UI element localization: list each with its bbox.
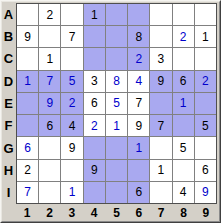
col-label-9: 9	[195, 205, 217, 220]
col-label-2: 2	[38, 205, 60, 220]
cell-D2[interactable]: 7	[39, 71, 60, 92]
sudoku-window: ABCDEFGHI 219782112317538496292657164219…	[0, 0, 221, 223]
sudoku-grid: 2197821123175384962926571642197569152916…	[16, 3, 217, 204]
row-label-D: D	[1, 70, 16, 92]
cell-I7[interactable]	[150, 182, 171, 203]
cell-F6[interactable]: 9	[128, 115, 149, 136]
cell-H7[interactable]: 1	[150, 160, 171, 181]
cell-G1[interactable]: 6	[17, 137, 38, 158]
col-label-7: 7	[150, 205, 172, 220]
cell-E8[interactable]: 1	[173, 93, 194, 114]
cell-H8[interactable]	[173, 160, 194, 181]
cell-H4[interactable]: 9	[84, 160, 105, 181]
cell-D3[interactable]: 5	[61, 71, 82, 92]
cell-E5[interactable]: 5	[106, 93, 127, 114]
row-label-E: E	[1, 92, 16, 114]
cell-E3[interactable]: 2	[61, 93, 82, 114]
cell-E1[interactable]	[17, 93, 38, 114]
cell-D6[interactable]: 4	[128, 71, 149, 92]
row-label-C: C	[1, 48, 16, 70]
cell-F2[interactable]: 6	[39, 115, 60, 136]
col-label-5: 5	[105, 205, 127, 220]
cell-D7[interactable]: 9	[150, 71, 171, 92]
cell-D8[interactable]: 6	[173, 71, 194, 92]
cell-G3[interactable]: 9	[61, 137, 82, 158]
row-label-B: B	[1, 25, 16, 47]
cell-G2[interactable]	[39, 137, 60, 158]
row-labels: ABCDEFGHI	[1, 3, 16, 204]
cell-C3[interactable]	[61, 48, 82, 69]
cell-C5[interactable]	[106, 48, 127, 69]
cell-F3[interactable]: 4	[61, 115, 82, 136]
col-label-4: 4	[83, 205, 105, 220]
row-label-F: F	[1, 115, 16, 137]
cell-E6[interactable]: 7	[128, 93, 149, 114]
row-label-H: H	[1, 159, 16, 181]
cell-C9[interactable]	[195, 48, 216, 69]
cell-E2[interactable]: 9	[39, 93, 60, 114]
col-labels: 123456789	[16, 205, 217, 220]
cell-A7[interactable]	[150, 4, 171, 25]
cell-A1[interactable]	[17, 4, 38, 25]
cell-I2[interactable]	[39, 182, 60, 203]
cell-I8[interactable]: 4	[173, 182, 194, 203]
cell-A5[interactable]	[106, 4, 127, 25]
cell-C8[interactable]	[173, 48, 194, 69]
cell-H5[interactable]	[106, 160, 127, 181]
cell-G5[interactable]	[106, 137, 127, 158]
cell-B5[interactable]	[106, 26, 127, 47]
cell-I6[interactable]: 6	[128, 182, 149, 203]
cell-H6[interactable]	[128, 160, 149, 181]
cell-G8[interactable]: 5	[173, 137, 194, 158]
cell-C7[interactable]: 3	[150, 48, 171, 69]
cell-E9[interactable]	[195, 93, 216, 114]
cell-G9[interactable]	[195, 137, 216, 158]
cell-I5[interactable]	[106, 182, 127, 203]
cell-A2[interactable]: 2	[39, 4, 60, 25]
col-label-3: 3	[61, 205, 83, 220]
row-label-A: A	[1, 3, 16, 25]
cell-B6[interactable]: 8	[128, 26, 149, 47]
cell-C2[interactable]: 1	[39, 48, 60, 69]
cell-D4[interactable]: 3	[84, 71, 105, 92]
cell-B2[interactable]	[39, 26, 60, 47]
cell-C4[interactable]	[84, 48, 105, 69]
cell-A3[interactable]	[61, 4, 82, 25]
cell-B4[interactable]	[84, 26, 105, 47]
cell-F5[interactable]: 1	[106, 115, 127, 136]
cell-F8[interactable]	[173, 115, 194, 136]
cell-H9[interactable]: 6	[195, 160, 216, 181]
cell-I4[interactable]	[84, 182, 105, 203]
cell-B3[interactable]: 7	[61, 26, 82, 47]
cell-A8[interactable]	[173, 4, 194, 25]
cell-D1[interactable]: 1	[17, 71, 38, 92]
cell-B8[interactable]: 2	[173, 26, 194, 47]
cell-A4[interactable]: 1	[84, 4, 105, 25]
cell-F9[interactable]: 5	[195, 115, 216, 136]
cell-C1[interactable]	[17, 48, 38, 69]
cell-G6[interactable]: 1	[128, 137, 149, 158]
cell-I9[interactable]: 9	[195, 182, 216, 203]
cell-A9[interactable]	[195, 4, 216, 25]
cell-A6[interactable]	[128, 4, 149, 25]
cell-E7[interactable]	[150, 93, 171, 114]
cell-H1[interactable]: 2	[17, 160, 38, 181]
cell-F1[interactable]	[17, 115, 38, 136]
cell-C6[interactable]: 2	[128, 48, 149, 69]
cell-G4[interactable]	[84, 137, 105, 158]
cell-I1[interactable]: 7	[17, 182, 38, 203]
cell-G7[interactable]	[150, 137, 171, 158]
row-label-G: G	[1, 137, 16, 159]
cell-H2[interactable]	[39, 160, 60, 181]
cell-F4[interactable]: 2	[84, 115, 105, 136]
cell-B7[interactable]	[150, 26, 171, 47]
cell-B1[interactable]: 9	[17, 26, 38, 47]
cell-E4[interactable]: 6	[84, 93, 105, 114]
cell-B9[interactable]: 1	[195, 26, 216, 47]
col-label-8: 8	[172, 205, 194, 220]
col-label-1: 1	[16, 205, 38, 220]
col-label-6: 6	[128, 205, 150, 220]
cell-D5[interactable]: 8	[106, 71, 127, 92]
cell-D9[interactable]: 2	[195, 71, 216, 92]
cell-F7[interactable]: 7	[150, 115, 171, 136]
cell-I3[interactable]: 1	[61, 182, 82, 203]
cell-H3[interactable]	[61, 160, 82, 181]
row-label-I: I	[1, 182, 16, 204]
